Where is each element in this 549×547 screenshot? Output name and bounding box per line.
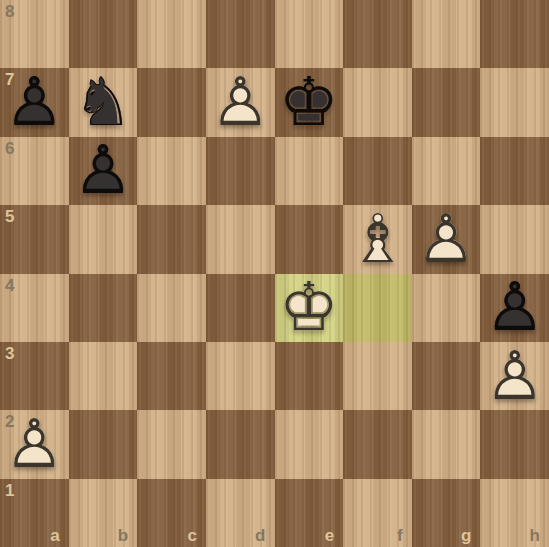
square-a5[interactable]: 5 <box>0 205 69 273</box>
rank-label-4: 4 <box>5 277 14 294</box>
square-h2[interactable] <box>480 410 549 478</box>
square-c5[interactable] <box>137 205 206 273</box>
square-b2[interactable] <box>69 410 138 478</box>
square-b4[interactable] <box>69 274 138 342</box>
white-king-outline: ♔ <box>275 274 344 342</box>
black-pawn-outline: ♙ <box>69 137 138 205</box>
file-label-b: b <box>118 527 128 544</box>
square-a6[interactable]: 6 <box>0 137 69 205</box>
black-pawn-glyph: ♟ <box>69 137 138 205</box>
square-e1[interactable]: e <box>275 479 344 547</box>
black-king-piece[interactable]: ♚♔ <box>275 68 344 136</box>
square-c3[interactable] <box>137 342 206 410</box>
square-g8[interactable] <box>412 0 481 68</box>
square-a1[interactable]: 1a <box>0 479 69 547</box>
square-d4[interactable] <box>206 274 275 342</box>
square-d3[interactable] <box>206 342 275 410</box>
file-label-g: g <box>461 527 471 544</box>
white-pawn-glyph: ♟ <box>206 68 275 136</box>
square-g4[interactable] <box>412 274 481 342</box>
square-h8[interactable] <box>480 0 549 68</box>
black-king-outline: ♔ <box>275 68 344 136</box>
black-knight-piece[interactable]: ♞♘ <box>69 68 138 136</box>
black-king-glyph: ♚ <box>275 68 344 136</box>
square-g2[interactable] <box>412 410 481 478</box>
square-d1[interactable]: d <box>206 479 275 547</box>
rank-label-8: 8 <box>5 3 14 20</box>
white-pawn-piece[interactable]: ♟♙ <box>206 68 275 136</box>
square-a2[interactable]: 2♟♙ <box>0 410 69 478</box>
square-e8[interactable] <box>275 0 344 68</box>
square-d5[interactable] <box>206 205 275 273</box>
file-label-h: h <box>530 527 540 544</box>
square-e2[interactable] <box>275 410 344 478</box>
square-f6[interactable] <box>343 137 412 205</box>
file-label-f: f <box>397 527 403 544</box>
square-a4[interactable]: 4 <box>0 274 69 342</box>
white-pawn-piece[interactable]: ♟♙ <box>0 410 69 478</box>
square-c8[interactable] <box>137 0 206 68</box>
square-c4[interactable] <box>137 274 206 342</box>
square-b3[interactable] <box>69 342 138 410</box>
square-b1[interactable]: b <box>69 479 138 547</box>
square-e3[interactable] <box>275 342 344 410</box>
black-pawn-glyph: ♟ <box>0 68 69 136</box>
white-pawn-piece[interactable]: ♟♙ <box>480 342 549 410</box>
square-h5[interactable] <box>480 205 549 273</box>
white-pawn-glyph: ♟ <box>412 205 481 273</box>
square-g7[interactable] <box>412 68 481 136</box>
white-bishop-glyph: ♝ <box>343 205 412 273</box>
white-pawn-outline: ♙ <box>0 410 69 478</box>
square-a8[interactable]: 8 <box>0 0 69 68</box>
square-c1[interactable]: c <box>137 479 206 547</box>
square-h7[interactable] <box>480 68 549 136</box>
rank-label-3: 3 <box>5 345 14 362</box>
black-knight-outline: ♘ <box>69 68 138 136</box>
square-h1[interactable]: h <box>480 479 549 547</box>
file-label-a: a <box>50 527 59 544</box>
square-g1[interactable]: g <box>412 479 481 547</box>
rank-label-5: 5 <box>5 208 14 225</box>
black-pawn-glyph: ♟ <box>480 274 549 342</box>
rank-label-6: 6 <box>5 140 14 157</box>
file-label-c: c <box>187 527 196 544</box>
black-pawn-outline: ♙ <box>0 68 69 136</box>
square-h6[interactable] <box>480 137 549 205</box>
square-a7[interactable]: 7♟♙ <box>0 68 69 136</box>
black-knight-glyph: ♞ <box>69 68 138 136</box>
square-h4[interactable]: ♟♙ <box>480 274 549 342</box>
square-d7[interactable]: ♟♙ <box>206 68 275 136</box>
square-e7[interactable]: ♚♔ <box>275 68 344 136</box>
square-b8[interactable] <box>69 0 138 68</box>
square-b6[interactable]: ♟♙ <box>69 137 138 205</box>
square-e5[interactable] <box>275 205 344 273</box>
square-a3[interactable]: 3 <box>0 342 69 410</box>
square-f7[interactable] <box>343 68 412 136</box>
square-g3[interactable] <box>412 342 481 410</box>
square-e4[interactable]: ♚♔ <box>275 274 344 342</box>
square-h3[interactable]: ♟♙ <box>480 342 549 410</box>
white-pawn-glyph: ♟ <box>480 342 549 410</box>
white-pawn-outline: ♙ <box>412 205 481 273</box>
white-bishop-piece[interactable]: ♝♗ <box>343 205 412 273</box>
black-pawn-piece[interactable]: ♟♙ <box>0 68 69 136</box>
white-pawn-glyph: ♟ <box>0 410 69 478</box>
white-king-glyph: ♚ <box>275 274 344 342</box>
square-f2[interactable] <box>343 410 412 478</box>
square-g5[interactable]: ♟♙ <box>412 205 481 273</box>
square-f4[interactable] <box>343 274 412 342</box>
square-f3[interactable] <box>343 342 412 410</box>
square-f1[interactable]: f <box>343 479 412 547</box>
square-c6[interactable] <box>137 137 206 205</box>
square-f8[interactable] <box>343 0 412 68</box>
square-d8[interactable] <box>206 0 275 68</box>
white-king-piece[interactable]: ♚♔ <box>275 274 344 342</box>
square-b7[interactable]: ♞♘ <box>69 68 138 136</box>
white-pawn-outline: ♙ <box>480 342 549 410</box>
black-pawn-piece[interactable]: ♟♙ <box>480 274 549 342</box>
white-bishop-outline: ♗ <box>343 205 412 273</box>
file-label-d: d <box>255 527 265 544</box>
square-c2[interactable] <box>137 410 206 478</box>
square-d6[interactable] <box>206 137 275 205</box>
square-e6[interactable] <box>275 137 344 205</box>
black-pawn-outline: ♙ <box>480 274 549 342</box>
square-g6[interactable] <box>412 137 481 205</box>
square-d2[interactable] <box>206 410 275 478</box>
square-b5[interactable] <box>69 205 138 273</box>
file-label-e: e <box>325 527 334 544</box>
rank-label-1: 1 <box>5 482 14 499</box>
square-f5[interactable]: ♝♗ <box>343 205 412 273</box>
white-pawn-outline: ♙ <box>206 68 275 136</box>
white-pawn-piece[interactable]: ♟♙ <box>412 205 481 273</box>
black-pawn-piece[interactable]: ♟♙ <box>69 137 138 205</box>
chess-board: 87♟♙♞♘♟♙♚♔6♟♙5♝♗♟♙4♚♔♟♙3♟♙2♟♙1abcdefgh <box>0 0 549 547</box>
square-c7[interactable] <box>137 68 206 136</box>
